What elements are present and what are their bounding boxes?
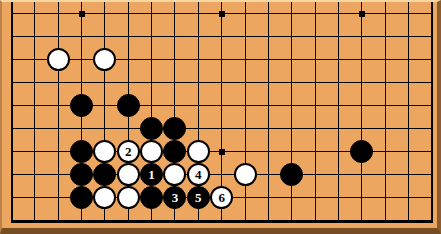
stone-black-move-3-H2: 3 (163, 186, 186, 209)
stone-black-D4 (70, 140, 93, 163)
stone-black-G5 (140, 117, 163, 140)
stone-white-E2 (93, 186, 116, 209)
grid-hline (11, 220, 433, 223)
grid-hline (11, 82, 433, 83)
star-point (359, 11, 365, 17)
star-point (219, 149, 225, 155)
stone-white-H3 (163, 163, 186, 186)
star-point (79, 11, 85, 17)
stone-white-C8 (47, 48, 70, 71)
stone-black-H4 (163, 140, 186, 163)
go-board: 214356 (2, 2, 437, 228)
star-point (219, 11, 225, 17)
stone-black-F6 (117, 94, 140, 117)
stone-white-move-2-F4: 2 (117, 140, 140, 163)
stone-black-Q4 (350, 140, 373, 163)
stone-white-J4 (187, 140, 210, 163)
stone-white-F2 (117, 186, 140, 209)
stone-black-H5 (163, 117, 186, 140)
stone-white-F3 (117, 163, 140, 186)
grid-hline (11, 59, 433, 60)
stone-black-N3 (280, 163, 303, 186)
stone-white-E4 (93, 140, 116, 163)
stone-black-E3 (93, 163, 116, 186)
stone-black-D3 (70, 163, 93, 186)
go-diagram: 214356 (0, 0, 441, 234)
stone-black-move-1-G3: 1 (140, 163, 163, 186)
stone-black-D6 (70, 94, 93, 117)
stone-black-move-5-J2: 5 (187, 186, 210, 209)
stone-white-move-6-K2: 6 (210, 186, 233, 209)
stone-white-E8 (93, 48, 116, 71)
stone-white-G4 (140, 140, 163, 163)
grid-hline (11, 128, 433, 129)
stone-black-D2 (70, 186, 93, 209)
grid-hline (11, 36, 433, 37)
stone-black-G2 (140, 186, 163, 209)
stone-white-move-4-J3: 4 (187, 163, 210, 186)
stone-white-L3 (234, 163, 257, 186)
